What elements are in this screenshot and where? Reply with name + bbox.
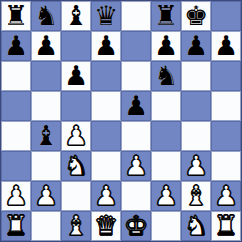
square-b6[interactable] xyxy=(31,61,61,91)
square-c8[interactable]: ♝ xyxy=(61,1,91,31)
square-a1[interactable]: ♜ xyxy=(1,211,31,241)
square-h7[interactable]: ♟ xyxy=(211,31,241,61)
square-c6[interactable]: ♟ xyxy=(61,61,91,91)
black-pawn-piece[interactable]: ♟ xyxy=(34,31,58,61)
black-pawn-piece[interactable]: ♟ xyxy=(214,31,238,61)
square-e4[interactable] xyxy=(121,121,151,151)
white-pawn-piece[interactable]: ♟ xyxy=(64,121,88,151)
white-knight-piece[interactable]: ♞ xyxy=(64,151,88,181)
square-a8[interactable]: ♜ xyxy=(1,1,31,31)
white-queen-piece[interactable]: ♛ xyxy=(94,211,118,241)
white-rook-piece[interactable]: ♜ xyxy=(4,211,28,241)
square-g7[interactable]: ♟ xyxy=(181,31,211,61)
square-h2[interactable]: ♟ xyxy=(211,181,241,211)
square-g2[interactable]: ♝ xyxy=(181,181,211,211)
square-f8[interactable]: ♜ xyxy=(151,1,181,31)
white-pawn-piece[interactable]: ♟ xyxy=(184,151,208,181)
black-pawn-piece[interactable]: ♟ xyxy=(94,31,118,61)
square-g6[interactable] xyxy=(181,61,211,91)
square-b3[interactable] xyxy=(31,151,61,181)
square-b7[interactable]: ♟ xyxy=(31,31,61,61)
square-c3[interactable]: ♞ xyxy=(61,151,91,181)
square-c4[interactable]: ♟ xyxy=(61,121,91,151)
square-c7[interactable] xyxy=(61,31,91,61)
black-pawn-piece[interactable]: ♟ xyxy=(4,31,28,61)
square-d1[interactable]: ♛ xyxy=(91,211,121,241)
square-f2[interactable]: ♟ xyxy=(151,181,181,211)
square-g8[interactable]: ♚ xyxy=(181,1,211,31)
white-pawn-piece[interactable]: ♟ xyxy=(124,151,148,181)
square-h3[interactable] xyxy=(211,151,241,181)
black-knight-piece[interactable]: ♞ xyxy=(34,1,58,31)
square-g3[interactable]: ♟ xyxy=(181,151,211,181)
square-d6[interactable] xyxy=(91,61,121,91)
square-h6[interactable] xyxy=(211,61,241,91)
square-g4[interactable] xyxy=(181,121,211,151)
square-a3[interactable] xyxy=(1,151,31,181)
square-f4[interactable] xyxy=(151,121,181,151)
black-pawn-piece[interactable]: ♟ xyxy=(154,31,178,61)
black-queen-piece[interactable]: ♛ xyxy=(94,1,118,31)
square-b1[interactable] xyxy=(31,211,61,241)
black-rook-piece[interactable]: ♜ xyxy=(4,1,28,31)
square-h5[interactable] xyxy=(211,91,241,121)
square-e5[interactable]: ♟ xyxy=(121,91,151,121)
square-b2[interactable]: ♟ xyxy=(31,181,61,211)
square-g5[interactable] xyxy=(181,91,211,121)
square-f3[interactable] xyxy=(151,151,181,181)
square-b4[interactable]: ♝ xyxy=(31,121,61,151)
square-f1[interactable] xyxy=(151,211,181,241)
square-c5[interactable] xyxy=(61,91,91,121)
square-d7[interactable]: ♟ xyxy=(91,31,121,61)
square-d3[interactable] xyxy=(91,151,121,181)
square-e7[interactable] xyxy=(121,31,151,61)
black-bishop-piece[interactable]: ♝ xyxy=(34,121,58,151)
square-b5[interactable] xyxy=(31,91,61,121)
chess-board: ♜♞♝♛♜♚♟♟♟♟♟♟♟♞♟♝♟♞♟♟♟♟♟♟♝♟♜♝♛♚♞♜ xyxy=(0,0,242,242)
white-pawn-piece[interactable]: ♟ xyxy=(94,181,118,211)
black-pawn-piece[interactable]: ♟ xyxy=(184,31,208,61)
white-bishop-piece[interactable]: ♝ xyxy=(64,211,88,241)
square-c1[interactable]: ♝ xyxy=(61,211,91,241)
white-pawn-piece[interactable]: ♟ xyxy=(34,181,58,211)
square-d8[interactable]: ♛ xyxy=(91,1,121,31)
white-pawn-piece[interactable]: ♟ xyxy=(214,181,238,211)
square-a2[interactable]: ♟ xyxy=(1,181,31,211)
white-rook-piece[interactable]: ♜ xyxy=(214,211,238,241)
black-rook-piece[interactable]: ♜ xyxy=(154,1,178,31)
square-e3[interactable]: ♟ xyxy=(121,151,151,181)
white-bishop-piece[interactable]: ♝ xyxy=(184,181,208,211)
white-pawn-piece[interactable]: ♟ xyxy=(154,181,178,211)
black-knight-piece[interactable]: ♞ xyxy=(154,61,178,91)
square-a6[interactable] xyxy=(1,61,31,91)
square-f5[interactable] xyxy=(151,91,181,121)
square-d4[interactable] xyxy=(91,121,121,151)
white-knight-piece[interactable]: ♞ xyxy=(184,211,208,241)
square-h8[interactable] xyxy=(211,1,241,31)
square-g1[interactable]: ♞ xyxy=(181,211,211,241)
black-king-piece[interactable]: ♚ xyxy=(184,1,208,31)
white-pawn-piece[interactable]: ♟ xyxy=(4,181,28,211)
square-a4[interactable] xyxy=(1,121,31,151)
square-e1[interactable]: ♚ xyxy=(121,211,151,241)
square-c2[interactable] xyxy=(61,181,91,211)
white-king-piece[interactable]: ♚ xyxy=(124,211,148,241)
square-d2[interactable]: ♟ xyxy=(91,181,121,211)
black-pawn-piece[interactable]: ♟ xyxy=(64,61,88,91)
square-f7[interactable]: ♟ xyxy=(151,31,181,61)
square-e2[interactable] xyxy=(121,181,151,211)
square-e8[interactable] xyxy=(121,1,151,31)
square-e6[interactable] xyxy=(121,61,151,91)
square-h1[interactable]: ♜ xyxy=(211,211,241,241)
square-a5[interactable] xyxy=(1,91,31,121)
black-bishop-piece[interactable]: ♝ xyxy=(64,1,88,31)
square-h4[interactable] xyxy=(211,121,241,151)
square-a7[interactable]: ♟ xyxy=(1,31,31,61)
square-b8[interactable]: ♞ xyxy=(31,1,61,31)
square-d5[interactable] xyxy=(91,91,121,121)
square-f6[interactable]: ♞ xyxy=(151,61,181,91)
black-pawn-piece[interactable]: ♟ xyxy=(124,91,148,121)
